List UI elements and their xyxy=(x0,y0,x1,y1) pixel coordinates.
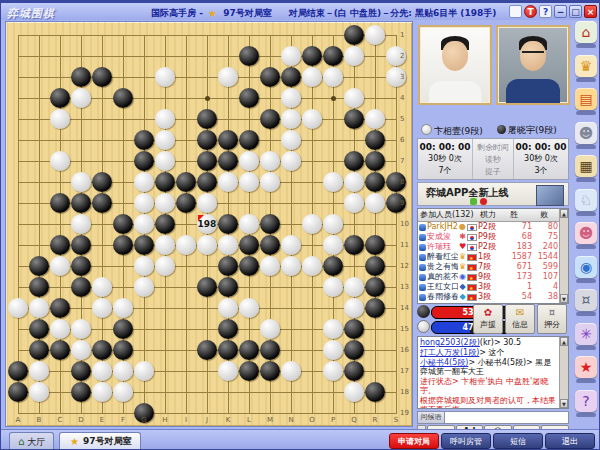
go-board-icon: ▦ xyxy=(575,155,597,177)
black-stone xyxy=(134,235,154,255)
cheer-button[interactable]: ✿声援 xyxy=(473,304,503,334)
friends-rail-button[interactable]: ☻ xyxy=(573,222,599,252)
participant-wins: 183 xyxy=(504,242,532,252)
black-stone xyxy=(344,25,364,45)
black-stone xyxy=(365,235,385,255)
black-stone xyxy=(8,361,28,381)
white-stone xyxy=(323,319,343,339)
white-stone xyxy=(323,277,343,297)
coordinate-label: E xyxy=(97,416,107,424)
clock-panel: 00: 00: 00 30秒 0次 7个 剩余时间 读秒 提子 00: 00: … xyxy=(417,138,569,180)
black-stone xyxy=(323,256,343,276)
black-stone xyxy=(113,214,133,234)
black-stone xyxy=(113,88,133,108)
trophy-icon: ★ xyxy=(70,437,80,447)
coordinate-label: R xyxy=(370,416,380,424)
black-stone xyxy=(197,109,217,129)
coordinate-label: 4 xyxy=(400,94,412,102)
maximize-icon[interactable]: □ xyxy=(569,5,582,18)
coordinate-label: L xyxy=(244,416,254,424)
white-stone xyxy=(113,382,133,402)
black-stone xyxy=(260,340,280,360)
participant-list[interactable]: 参加人员(132) 棋力 胜 败 ParkJH2●P2段7180安成浚✱P9段6… xyxy=(417,208,569,304)
window-title: 国际高手房 - ★ 97号对局室 对局结束－(白 中盘胜)－分先: 黑贴6目半 … xyxy=(151,7,531,20)
flag-kr-icon xyxy=(467,244,477,251)
participant-rank: P9段 xyxy=(478,232,504,242)
tab-lobby[interactable]: ⌂大厅 xyxy=(9,432,54,450)
flower-icon: ✿ xyxy=(474,307,502,319)
white-stone xyxy=(344,88,364,108)
black-stone xyxy=(155,172,175,192)
info-button[interactable]: ✉信息 xyxy=(505,304,535,334)
white-stone xyxy=(281,109,301,129)
white-stone xyxy=(239,151,259,171)
thumb-icon xyxy=(419,274,426,281)
chat-scrollbar[interactable]: ▲ ▼ xyxy=(559,337,568,408)
black-stone xyxy=(113,340,133,360)
white-stone xyxy=(344,46,364,66)
white-captures: 7个 xyxy=(418,165,472,176)
white-stone xyxy=(302,67,322,87)
participant-row[interactable]: 贵之有悔♛★7段671599 xyxy=(418,262,559,272)
scroll-up-icon[interactable]: ▲ xyxy=(560,209,568,218)
white-stone xyxy=(71,172,91,192)
black-stone xyxy=(218,340,238,360)
black-stone xyxy=(260,235,280,255)
rail-label xyxy=(576,312,596,316)
coordinate-label: 14 xyxy=(400,304,412,312)
black-stone xyxy=(50,88,70,108)
black-time: 00: 00: 00 xyxy=(514,142,568,152)
black-stone xyxy=(239,46,259,66)
white-stone xyxy=(155,109,175,129)
coordinate-label: 3 xyxy=(400,73,412,81)
chat-input[interactable] xyxy=(445,411,569,424)
button-label: 押分 xyxy=(544,320,560,329)
white-stone xyxy=(239,214,259,234)
participant-name: 安成浚 xyxy=(427,232,458,242)
black-stone xyxy=(113,319,133,339)
participant-losses: 107 xyxy=(532,272,559,282)
photo-face xyxy=(442,41,468,71)
white-stone xyxy=(92,277,112,297)
black-stone xyxy=(218,130,238,150)
participant-losses: 80 xyxy=(532,222,559,232)
mail-icon: ✉ xyxy=(506,307,534,319)
coordinate-label: 7 xyxy=(400,157,412,165)
white-stone xyxy=(29,298,49,318)
rail-label xyxy=(576,212,596,216)
bank-rail-button[interactable]: ¤ xyxy=(573,289,599,319)
photo-hoodie xyxy=(506,79,560,105)
crown-hall-icon: ♛ xyxy=(575,55,597,77)
participant-row[interactable]: 醉看红尘♛★1段15871544 xyxy=(418,252,559,262)
white-stone xyxy=(218,361,238,381)
white-stone xyxy=(71,340,91,360)
photo-glasses xyxy=(522,51,544,58)
black-stone xyxy=(71,277,91,297)
white-stone xyxy=(113,361,133,381)
white-stone xyxy=(197,193,217,213)
participant-losses: 599 xyxy=(532,262,559,272)
black-stone xyxy=(344,319,364,339)
tab-game-room[interactable]: ★97号对局室 xyxy=(59,432,141,450)
white-stone xyxy=(365,193,385,213)
thumb-icon xyxy=(419,234,426,241)
coordinate-label: 16 xyxy=(400,346,412,354)
white-stone xyxy=(155,256,175,276)
chat-balloon-rail-button[interactable]: ◉ xyxy=(573,256,599,286)
white-stone xyxy=(134,256,154,276)
white-stone xyxy=(239,172,259,192)
black-stone xyxy=(113,235,133,255)
last-move-marker-icon xyxy=(198,215,204,221)
participant-losses: 75 xyxy=(532,232,559,242)
black-stone xyxy=(218,277,238,297)
app-promo-banner[interactable]: 弈城APP全新上线 xyxy=(417,182,569,206)
coordinate-label: 11 xyxy=(400,241,412,249)
black-stone xyxy=(197,340,217,360)
participant-row[interactable]: 许瑞珏♥P2段183240 xyxy=(418,242,559,252)
tygem-client-window: 弈城围棋 国际高手房 - ★ 97号对局室 对局结束－(白 中盘胜)－分先: 黑… xyxy=(0,0,600,450)
coordinate-label: J xyxy=(202,416,212,424)
astronaut-icon: ☻ xyxy=(575,122,597,144)
white-stone xyxy=(281,256,301,276)
thumb-icon xyxy=(419,284,426,291)
black-stone xyxy=(344,109,364,129)
thumb-icon xyxy=(419,254,426,261)
rail-label xyxy=(576,111,596,115)
apply-game-button[interactable]: 申请对局 xyxy=(389,433,439,449)
trophy-icon: ★ xyxy=(208,9,218,19)
room-category: 国际高手房 - xyxy=(151,8,203,18)
go-board-rail-button[interactable]: ▦ xyxy=(573,155,599,185)
black-stone xyxy=(8,382,28,402)
white-stone xyxy=(302,109,322,129)
black-stone xyxy=(365,298,385,318)
participant-name: 春雨修春 xyxy=(427,292,458,302)
black-stone xyxy=(50,298,70,318)
chat-input-row: 问候语 xyxy=(417,411,569,424)
close-icon[interactable]: × xyxy=(584,5,597,18)
white-stone xyxy=(344,298,364,318)
black-stone xyxy=(365,172,385,192)
ai-coach-icon: ? xyxy=(575,390,597,412)
white-stone xyxy=(71,214,91,234)
participant-name: 王红女口月 xyxy=(427,282,458,292)
wheel-rail-button[interactable]: ✳ xyxy=(573,323,599,353)
participant-row[interactable]: 安成浚✱P9段6875 xyxy=(418,232,559,242)
black-stone xyxy=(92,67,112,87)
black-stone xyxy=(365,151,385,171)
white-stone xyxy=(323,340,343,360)
android-icon xyxy=(470,198,477,205)
gear-badge-icon: ✱ xyxy=(458,232,467,242)
call-manager-button[interactable]: 呼叫房管 xyxy=(441,433,491,449)
coordinate-label: 10 xyxy=(400,220,412,228)
coordinate-label: 17 xyxy=(400,367,412,375)
black-clock: 00: 00: 00 30秒 0次 3个 xyxy=(514,139,568,179)
black-stone xyxy=(365,256,385,276)
participant-losses: 1544 xyxy=(532,252,559,262)
white-stone xyxy=(323,235,343,255)
white-player-photo xyxy=(418,25,492,105)
participant-wins: 671 xyxy=(504,262,532,272)
white-stone xyxy=(134,277,154,297)
white-stone xyxy=(344,172,364,192)
flag-cn-icon: ★ xyxy=(467,264,477,271)
star-point xyxy=(205,96,210,101)
white-stone xyxy=(365,109,385,129)
chat-nickname[interactable]: 小秘书4(5段) xyxy=(420,358,468,367)
participant-name: 许瑞珏 xyxy=(427,242,458,252)
white-stone xyxy=(323,172,343,192)
participant-row[interactable]: 春雨修春◆★3段5438 xyxy=(418,292,559,302)
greeting-label[interactable]: 问候语 xyxy=(417,411,445,424)
black-stone xyxy=(50,235,70,255)
white-byoyomi: 30秒 0次 xyxy=(418,153,472,164)
white-stone xyxy=(8,298,28,318)
white-stone xyxy=(92,382,112,402)
game-result-text: 对局结束－(白 中盘胜)－分先: 黑贴6目半 (198手) xyxy=(289,8,497,18)
black-stone xyxy=(344,151,364,171)
rail-label xyxy=(576,413,596,417)
black-stone xyxy=(197,151,217,171)
black-stone xyxy=(92,172,112,192)
knight-icon: ♘ xyxy=(575,189,597,211)
black-stone xyxy=(197,172,217,192)
coordinate-label: F xyxy=(118,416,128,424)
money-icon: ¤ xyxy=(538,307,566,319)
black-stone xyxy=(239,88,259,108)
black-stone xyxy=(218,214,238,234)
coordinate-label: C xyxy=(55,416,65,424)
participant-losses: 240 xyxy=(532,242,559,252)
white-stone xyxy=(92,298,112,318)
chat-message: 打工人万发(1段)> 这个 xyxy=(420,348,558,357)
black-stone xyxy=(71,256,91,276)
title-bar: 弈城围棋 国际高手房 - ★ 97号对局室 对局结束－(白 中盘胜)－分先: 黑… xyxy=(1,1,600,20)
room-name: 97号对局室 xyxy=(223,8,272,18)
participant-scrollbar[interactable]: ▲ ▼ xyxy=(559,209,568,303)
banner-phone-image xyxy=(536,185,564,206)
tygem-logo-icon[interactable]: T xyxy=(524,5,537,18)
white-stone xyxy=(344,193,364,213)
white-stone xyxy=(29,382,49,402)
thumb-icon xyxy=(419,264,426,271)
white-stone xyxy=(260,172,280,192)
scroll-down-icon[interactable]: ▼ xyxy=(560,294,568,303)
black-stone xyxy=(323,46,343,66)
apple-icon xyxy=(480,198,487,205)
coordinate-label: 8 xyxy=(400,178,412,186)
minimize-icon[interactable]: − xyxy=(554,5,567,18)
home-icon: ⌂ xyxy=(575,21,597,43)
flag-cn-icon: ★ xyxy=(467,274,477,281)
scroll-down-icon[interactable]: ▼ xyxy=(560,399,568,408)
astronaut-rail-button[interactable]: ☻ xyxy=(573,122,599,152)
chat-lines: hong2503(2段)(kr)> 30.5打工人万发(1段)> 这个小秘书4(… xyxy=(420,338,558,409)
black-stone xyxy=(29,277,49,297)
participant-rows: ParkJH2●P2段7180安成浚✱P9段6875许瑞珏♥P2段183240醉… xyxy=(418,222,568,302)
flag-cn-icon: ★ xyxy=(467,284,477,291)
right-panel: 卞相壹(9段) 屠晓宇(9段) 00: 00: 00 30秒 0次 7个 剩余时… xyxy=(417,21,571,427)
crown-hall-rail-button[interactable]: ♛ xyxy=(573,55,599,85)
chat-box[interactable]: hong2503(2段)(kr)> 30.5打工人万发(1段)> 这个小秘书4(… xyxy=(417,336,569,409)
white-stone xyxy=(239,298,259,318)
white-stone xyxy=(281,361,301,381)
white-stone xyxy=(260,151,280,171)
flag-kr-icon xyxy=(467,224,477,231)
black-stone xyxy=(218,319,238,339)
black-stone xyxy=(71,235,91,255)
white-stone xyxy=(134,193,154,213)
black-stone xyxy=(50,340,70,360)
hot-event-rail-button[interactable]: ★ xyxy=(573,356,599,386)
scroll-up-icon[interactable]: ▲ xyxy=(560,337,568,346)
white-stone xyxy=(155,235,175,255)
hot-event-icon: ★ xyxy=(575,356,597,378)
chat-nickname[interactable]: hong2503(2段) xyxy=(420,338,480,347)
crown-badge-icon: ♛ xyxy=(458,262,467,272)
coordinate-label: I xyxy=(181,416,191,424)
black-stone xyxy=(218,256,238,276)
friends-icon: ☻ xyxy=(575,222,597,244)
coordinate-label: H xyxy=(160,416,170,424)
coordinate-label: A xyxy=(13,416,23,424)
player-names-row: 卞相壹(9段) 屠晓宇(9段) xyxy=(417,124,571,137)
coordinate-label: 15 xyxy=(400,325,412,333)
white-stone xyxy=(29,361,49,381)
participant-wins: 1 xyxy=(504,282,532,292)
black-stone xyxy=(344,235,364,255)
star-point xyxy=(331,96,336,101)
clock-labels: 剩余时间 读秒 提子 xyxy=(472,139,514,179)
exit-button[interactable]: 退出 xyxy=(545,433,595,449)
heart-badge-icon: ♥ xyxy=(458,242,467,252)
white-stone xyxy=(218,67,238,87)
betting-panel: 53% 47% ✿声援✉信息¤押分 xyxy=(417,306,569,334)
chat-nickname[interactable]: 打工人万发(1段) xyxy=(420,348,479,357)
knight-rail-button[interactable]: ♘ xyxy=(573,189,599,219)
white-stone xyxy=(134,361,154,381)
chat-message: hong2503(2段)(kr)> 30.5 xyxy=(420,338,558,347)
black-stone xyxy=(29,340,49,360)
white-stone xyxy=(218,298,238,318)
go-board[interactable]: 198 ABCDEFGHIJKLMNOPQRS 1234567891011121… xyxy=(5,21,413,427)
black-stone xyxy=(365,277,385,297)
rail-label xyxy=(576,178,596,182)
rail-label xyxy=(576,44,596,48)
white-stone xyxy=(323,361,343,381)
white-stone xyxy=(260,319,280,339)
medal-badge-icon: ◉ xyxy=(458,272,467,282)
white-stone-last-move: 198 xyxy=(197,214,217,234)
rail-label xyxy=(576,379,596,383)
coordinate-label: M xyxy=(265,416,275,424)
coordinate-label: O xyxy=(307,416,317,424)
coordinate-label: K xyxy=(223,416,233,424)
bottom-bar: ⌂大厅 ★97号对局室 申请对局呼叫房管短信退出 xyxy=(1,429,600,450)
bet-button[interactable]: ¤押分 xyxy=(537,304,567,334)
black-stone xyxy=(197,130,217,150)
participant-row[interactable]: 真的惹不起◉★9段173107 xyxy=(418,272,559,282)
bet-buttons: ✿声援✉信息¤押分 xyxy=(473,304,567,334)
coordinate-label: G xyxy=(139,416,149,424)
participant-rank: P2段 xyxy=(478,222,504,232)
thumb-icon xyxy=(419,244,426,251)
white-stone xyxy=(155,151,175,171)
black-stone xyxy=(134,130,154,150)
side-icon-rail: ⌂♛▤☻▦♘☻◉¤✳★? xyxy=(572,21,600,427)
white-stone xyxy=(281,130,301,150)
chat-message: 小秘书4(5段)> 小秘书4(5段)> 黑是弈城第一翻车大王 xyxy=(420,358,558,376)
black-player-name: 屠晓宇(9段) xyxy=(497,124,557,137)
coordinate-label: 19 xyxy=(400,409,412,417)
participant-wins: 173 xyxy=(504,272,532,282)
chat-system-message: 进行状态> 卞相壹'执白 中盘胜'屠晓宇。 xyxy=(420,377,558,395)
home-icon: ⌂ xyxy=(18,436,24,447)
black-stone xyxy=(365,382,385,402)
coordinate-label: D xyxy=(76,416,86,424)
rail-label xyxy=(576,245,596,249)
rail-label xyxy=(576,78,596,82)
white-stone xyxy=(323,214,343,234)
black-byoyomi: 30秒 0次 xyxy=(514,153,568,164)
rail-label xyxy=(576,279,596,283)
rail-label xyxy=(576,145,596,149)
black-stone xyxy=(344,361,364,381)
participant-wins: 71 xyxy=(504,222,532,232)
black-stone xyxy=(197,277,217,297)
participant-list-header: 参加人员(132) 棋力 胜 败 xyxy=(418,209,568,222)
white-stone xyxy=(281,151,301,171)
coordinate-label: 2 xyxy=(400,52,412,60)
thumb-icon xyxy=(419,224,426,231)
participant-wins: 1587 xyxy=(504,252,532,262)
flag-cn-icon: ★ xyxy=(467,294,477,301)
black-stone xyxy=(71,193,91,213)
white-stone xyxy=(113,298,133,318)
help-icon[interactable]: ? xyxy=(539,5,552,18)
home-rail-button[interactable]: ⌂ xyxy=(573,21,599,51)
black-stone xyxy=(260,361,280,381)
participant-name: ParkJH2 xyxy=(427,222,458,232)
chat-balloon-icon: ◉ xyxy=(575,256,597,278)
participant-row[interactable]: 王红女口月◆★3段14 xyxy=(418,282,559,292)
white-stone-icon xyxy=(421,124,432,135)
ai-coach-rail-button[interactable]: ? xyxy=(573,390,599,420)
coordinate-label: Q xyxy=(349,416,359,424)
coordinate-label: 6 xyxy=(400,136,412,144)
message-button[interactable]: 短信 xyxy=(493,433,543,449)
participant-rank: 9段 xyxy=(478,272,504,282)
bank-icon: ¤ xyxy=(575,289,597,311)
white-stone xyxy=(176,235,196,255)
black-stone xyxy=(29,319,49,339)
black-stone xyxy=(239,340,259,360)
coordinate-label: 13 xyxy=(400,283,412,291)
photo-shirt xyxy=(429,81,481,105)
black-stone xyxy=(260,214,280,234)
shop-rail-button[interactable]: ▤ xyxy=(573,88,599,118)
participant-row[interactable]: ParkJH2●P2段7180 xyxy=(418,222,559,232)
black-stone xyxy=(71,382,91,402)
hand-icon[interactable] xyxy=(509,5,522,18)
white-stone xyxy=(155,67,175,87)
white-stone xyxy=(50,319,70,339)
white-player-name: 卞相壹(9段) xyxy=(421,124,483,138)
